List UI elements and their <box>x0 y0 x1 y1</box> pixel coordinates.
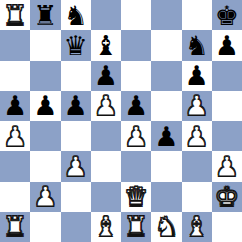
square-d4[interactable] <box>91 121 121 151</box>
square-g3[interactable] <box>182 151 212 181</box>
square-c2[interactable] <box>61 182 91 212</box>
square-h6[interactable] <box>212 61 242 91</box>
square-c6[interactable] <box>61 61 91 91</box>
square-e1[interactable]: ♜ <box>121 212 151 242</box>
square-b5[interactable]: ♟ <box>30 91 60 121</box>
square-c1[interactable] <box>61 212 91 242</box>
black-pawn-icon[interactable]: ♟ <box>94 62 118 89</box>
square-g5[interactable]: ♟ <box>182 91 212 121</box>
black-pawn-icon[interactable]: ♟ <box>185 62 209 89</box>
square-h2[interactable]: ♚ <box>212 182 242 212</box>
square-e4[interactable]: ♟ <box>121 121 151 151</box>
square-h8[interactable]: ♚ <box>212 0 242 30</box>
square-a8[interactable]: ♜ <box>0 0 30 30</box>
square-g2[interactable] <box>182 182 212 212</box>
square-d7[interactable]: ♝ <box>91 30 121 60</box>
square-b3[interactable] <box>30 151 60 181</box>
square-e7[interactable] <box>121 30 151 60</box>
square-e6[interactable] <box>121 61 151 91</box>
square-b4[interactable] <box>30 121 60 151</box>
white-pawn-icon[interactable]: ♟ <box>124 123 148 150</box>
square-b7[interactable] <box>30 30 60 60</box>
white-pawn-icon[interactable]: ♟ <box>185 123 209 150</box>
square-f2[interactable] <box>151 182 181 212</box>
square-d1[interactable]: ♝ <box>91 212 121 242</box>
white-pawn-icon[interactable]: ♟ <box>94 92 118 119</box>
square-g7[interactable]: ♞ <box>182 30 212 60</box>
square-f3[interactable] <box>151 151 181 181</box>
square-g8[interactable] <box>182 0 212 30</box>
square-e2[interactable]: ♛ <box>121 182 151 212</box>
white-bishop-icon[interactable]: ♝ <box>185 213 209 240</box>
white-bishop-icon[interactable]: ♝ <box>94 213 118 240</box>
black-knight-icon[interactable]: ♞ <box>185 32 209 59</box>
square-f6[interactable] <box>151 61 181 91</box>
square-a1[interactable]: ♜ <box>0 212 30 242</box>
square-d5[interactable]: ♟ <box>91 91 121 121</box>
chess-board: ♜♜♞♚♛♝♞♟♟♟♟♟♟♟♟♟♟♟♟♟♟♟♟♛♚♜♝♜♞♝ <box>0 0 242 242</box>
square-e5[interactable]: ♟ <box>121 91 151 121</box>
square-h5[interactable] <box>212 91 242 121</box>
square-b6[interactable] <box>30 61 60 91</box>
square-h4[interactable] <box>212 121 242 151</box>
square-d3[interactable] <box>91 151 121 181</box>
white-pawn-icon[interactable]: ♟ <box>215 153 239 180</box>
square-h7[interactable]: ♟ <box>212 30 242 60</box>
black-pawn-icon[interactable]: ♟ <box>64 92 88 119</box>
black-pawn-icon[interactable]: ♟ <box>124 92 148 119</box>
square-h1[interactable] <box>212 212 242 242</box>
black-rook-icon[interactable]: ♜ <box>33 2 57 29</box>
square-d2[interactable] <box>91 182 121 212</box>
square-a3[interactable] <box>0 151 30 181</box>
square-c3[interactable]: ♟ <box>61 151 91 181</box>
square-d6[interactable]: ♟ <box>91 61 121 91</box>
square-f8[interactable] <box>151 0 181 30</box>
square-b1[interactable] <box>30 212 60 242</box>
white-king-icon[interactable]: ♚ <box>215 183 239 210</box>
square-a7[interactable] <box>0 30 30 60</box>
square-c4[interactable] <box>61 121 91 151</box>
white-pawn-icon[interactable]: ♟ <box>3 123 27 150</box>
black-bishop-icon[interactable]: ♝ <box>94 32 118 59</box>
square-g6[interactable]: ♟ <box>182 61 212 91</box>
square-c5[interactable]: ♟ <box>61 91 91 121</box>
square-e8[interactable] <box>121 0 151 30</box>
black-queen-icon[interactable]: ♛ <box>64 32 88 59</box>
black-knight-icon[interactable]: ♞ <box>64 2 88 29</box>
white-pawn-icon[interactable]: ♟ <box>64 153 88 180</box>
black-pawn-icon[interactable]: ♟ <box>154 123 178 150</box>
square-g4[interactable]: ♟ <box>182 121 212 151</box>
square-d8[interactable] <box>91 0 121 30</box>
black-pawn-icon[interactable]: ♟ <box>3 92 27 119</box>
square-h3[interactable]: ♟ <box>212 151 242 181</box>
white-pawn-icon[interactable]: ♟ <box>185 92 209 119</box>
square-f4[interactable]: ♟ <box>151 121 181 151</box>
black-pawn-icon[interactable]: ♟ <box>215 32 239 59</box>
square-a6[interactable] <box>0 61 30 91</box>
white-rook-icon[interactable]: ♜ <box>124 213 148 240</box>
square-g1[interactable]: ♝ <box>182 212 212 242</box>
square-c8[interactable]: ♞ <box>61 0 91 30</box>
square-b2[interactable]: ♟ <box>30 182 60 212</box>
white-rook-icon[interactable]: ♜ <box>3 2 27 29</box>
black-pawn-icon[interactable]: ♟ <box>33 92 57 119</box>
square-a2[interactable] <box>0 182 30 212</box>
square-b8[interactable]: ♜ <box>30 0 60 30</box>
square-a5[interactable]: ♟ <box>0 91 30 121</box>
white-knight-icon[interactable]: ♞ <box>154 213 178 240</box>
square-a4[interactable]: ♟ <box>0 121 30 151</box>
square-e3[interactable] <box>121 151 151 181</box>
white-rook-icon[interactable]: ♜ <box>3 213 27 240</box>
white-queen-icon[interactable]: ♛ <box>124 183 148 210</box>
square-c7[interactable]: ♛ <box>61 30 91 60</box>
white-pawn-icon[interactable]: ♟ <box>33 183 57 210</box>
black-king-icon[interactable]: ♚ <box>215 2 239 29</box>
square-f1[interactable]: ♞ <box>151 212 181 242</box>
square-f7[interactable] <box>151 30 181 60</box>
square-f5[interactable] <box>151 91 181 121</box>
